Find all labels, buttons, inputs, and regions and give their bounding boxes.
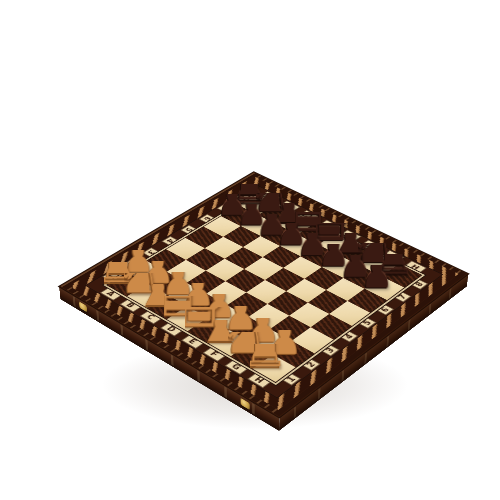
piece-white-rook-h1: ♜ [250, 344, 280, 374]
piece-black-pawn-h7: ♟ [363, 265, 391, 293]
brass-clasp-icon [240, 398, 249, 410]
rook-glyph: ♜ [241, 311, 290, 375]
brass-clasp-icon [79, 302, 87, 313]
pawn-glyph: ♟ [361, 251, 394, 294]
product-photo-scene: ABCDEFGH ABCDEFGH 87654321 87654321 ♜♞♝♛… [0, 0, 500, 500]
